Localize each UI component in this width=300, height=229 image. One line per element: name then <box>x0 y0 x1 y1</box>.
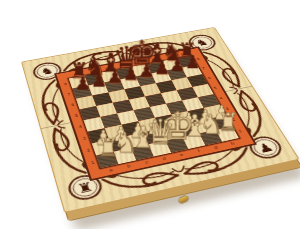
piece-black-pawn-c7[interactable]: ♟ <box>106 67 122 85</box>
piece-black-pawn-f7[interactable]: ♟ <box>153 58 169 76</box>
piece-black-pawn-a7[interactable]: ♟ <box>74 73 91 92</box>
piece-black-pawn-b7[interactable]: ♟ <box>90 70 107 88</box>
piece-black-pawn-g7[interactable]: ♟ <box>169 55 185 73</box>
chess-set-photo: ♞ ♞ ♟ ♜ <box>0 0 300 229</box>
medallion-pawn-bottom-right: ♟ <box>246 134 285 159</box>
piece-black-pawn-d7[interactable]: ♟ <box>122 64 138 82</box>
piece-black-pawn-h7[interactable]: ♟ <box>184 53 200 71</box>
piece-white-rook-a1[interactable]: ♜ <box>96 134 118 159</box>
piece-black-pawn-e7[interactable]: ♟ <box>138 61 154 79</box>
board-scene: ♞ ♞ ♟ ♜ <box>0 0 300 229</box>
